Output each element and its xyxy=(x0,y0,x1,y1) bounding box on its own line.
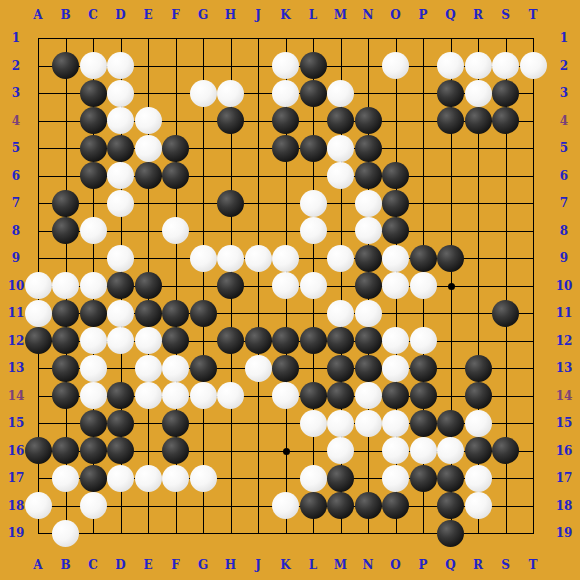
intersection-D5[interactable] xyxy=(107,134,135,162)
intersection-F11[interactable] xyxy=(162,299,190,327)
intersection-M8[interactable] xyxy=(327,217,355,245)
intersection-G9[interactable] xyxy=(189,244,217,272)
intersection-S6[interactable] xyxy=(492,162,520,190)
intersection-O19[interactable] xyxy=(382,519,410,547)
intersection-C18[interactable] xyxy=(79,492,107,520)
intersection-T12[interactable] xyxy=(519,327,547,355)
intersection-M10[interactable] xyxy=(327,272,355,300)
intersection-J3[interactable] xyxy=(244,79,272,107)
intersection-O4[interactable] xyxy=(382,107,410,135)
intersection-F14[interactable] xyxy=(162,382,190,410)
intersection-E11[interactable] xyxy=(134,299,162,327)
intersection-F2[interactable] xyxy=(162,52,190,80)
intersection-B6[interactable] xyxy=(52,162,80,190)
intersection-P19[interactable] xyxy=(409,519,437,547)
intersection-Q7[interactable] xyxy=(437,189,465,217)
intersection-N9[interactable] xyxy=(354,244,382,272)
intersection-N16[interactable] xyxy=(354,437,382,465)
intersection-T2[interactable] xyxy=(519,52,547,80)
intersection-G14[interactable] xyxy=(189,382,217,410)
intersection-H3[interactable] xyxy=(217,79,245,107)
intersection-B7[interactable] xyxy=(52,189,80,217)
intersection-R7[interactable] xyxy=(464,189,492,217)
intersection-K13[interactable] xyxy=(272,354,300,382)
intersection-R2[interactable] xyxy=(464,52,492,80)
intersection-R19[interactable] xyxy=(464,519,492,547)
intersection-P17[interactable] xyxy=(409,464,437,492)
intersection-R5[interactable] xyxy=(464,134,492,162)
intersection-B15[interactable] xyxy=(52,409,80,437)
intersection-L3[interactable] xyxy=(299,79,327,107)
intersection-C9[interactable] xyxy=(79,244,107,272)
intersection-M15[interactable] xyxy=(327,409,355,437)
intersection-S1[interactable] xyxy=(492,24,520,52)
intersection-D17[interactable] xyxy=(107,464,135,492)
intersection-L4[interactable] xyxy=(299,107,327,135)
intersection-K12[interactable] xyxy=(272,327,300,355)
intersection-G18[interactable] xyxy=(189,492,217,520)
intersection-S16[interactable] xyxy=(492,437,520,465)
intersection-K4[interactable] xyxy=(272,107,300,135)
intersection-L13[interactable] xyxy=(299,354,327,382)
intersection-C6[interactable] xyxy=(79,162,107,190)
intersection-Q10[interactable] xyxy=(437,272,465,300)
intersection-O11[interactable] xyxy=(382,299,410,327)
intersection-K17[interactable] xyxy=(272,464,300,492)
intersection-M18[interactable] xyxy=(327,492,355,520)
intersection-F7[interactable] xyxy=(162,189,190,217)
intersection-T15[interactable] xyxy=(519,409,547,437)
intersection-B12[interactable] xyxy=(52,327,80,355)
intersection-Q8[interactable] xyxy=(437,217,465,245)
intersection-E19[interactable] xyxy=(134,519,162,547)
intersection-R13[interactable] xyxy=(464,354,492,382)
intersection-M19[interactable] xyxy=(327,519,355,547)
intersection-P3[interactable] xyxy=(409,79,437,107)
intersection-T5[interactable] xyxy=(519,134,547,162)
intersection-S13[interactable] xyxy=(492,354,520,382)
intersection-S10[interactable] xyxy=(492,272,520,300)
intersection-J18[interactable] xyxy=(244,492,272,520)
intersection-P4[interactable] xyxy=(409,107,437,135)
intersection-G12[interactable] xyxy=(189,327,217,355)
intersection-O3[interactable] xyxy=(382,79,410,107)
intersection-P9[interactable] xyxy=(409,244,437,272)
intersection-E15[interactable] xyxy=(134,409,162,437)
intersection-C7[interactable] xyxy=(79,189,107,217)
intersection-E5[interactable] xyxy=(134,134,162,162)
intersection-B1[interactable] xyxy=(52,24,80,52)
intersection-K1[interactable] xyxy=(272,24,300,52)
intersection-G10[interactable] xyxy=(189,272,217,300)
intersection-F12[interactable] xyxy=(162,327,190,355)
intersection-J13[interactable] xyxy=(244,354,272,382)
intersection-C8[interactable] xyxy=(79,217,107,245)
intersection-E12[interactable] xyxy=(134,327,162,355)
intersection-C19[interactable] xyxy=(79,519,107,547)
intersection-N11[interactable] xyxy=(354,299,382,327)
intersection-C14[interactable] xyxy=(79,382,107,410)
intersection-F16[interactable] xyxy=(162,437,190,465)
intersection-H13[interactable] xyxy=(217,354,245,382)
intersection-T10[interactable] xyxy=(519,272,547,300)
intersection-F9[interactable] xyxy=(162,244,190,272)
intersection-J14[interactable] xyxy=(244,382,272,410)
intersection-M2[interactable] xyxy=(327,52,355,80)
intersection-S9[interactable] xyxy=(492,244,520,272)
intersection-M4[interactable] xyxy=(327,107,355,135)
intersection-G1[interactable] xyxy=(189,24,217,52)
intersection-M1[interactable] xyxy=(327,24,355,52)
intersection-O15[interactable] xyxy=(382,409,410,437)
intersection-S18[interactable] xyxy=(492,492,520,520)
intersection-P2[interactable] xyxy=(409,52,437,80)
intersection-P1[interactable] xyxy=(409,24,437,52)
intersection-K15[interactable] xyxy=(272,409,300,437)
intersection-Q14[interactable] xyxy=(437,382,465,410)
intersection-B5[interactable] xyxy=(52,134,80,162)
intersection-T7[interactable] xyxy=(519,189,547,217)
intersection-J10[interactable] xyxy=(244,272,272,300)
intersection-S7[interactable] xyxy=(492,189,520,217)
intersection-K11[interactable] xyxy=(272,299,300,327)
intersection-Q4[interactable] xyxy=(437,107,465,135)
intersection-D10[interactable] xyxy=(107,272,135,300)
intersection-O8[interactable] xyxy=(382,217,410,245)
intersection-R8[interactable] xyxy=(464,217,492,245)
intersection-H4[interactable] xyxy=(217,107,245,135)
intersection-T18[interactable] xyxy=(519,492,547,520)
intersection-O2[interactable] xyxy=(382,52,410,80)
intersection-T16[interactable] xyxy=(519,437,547,465)
intersection-J9[interactable] xyxy=(244,244,272,272)
intersection-N19[interactable] xyxy=(354,519,382,547)
intersection-H12[interactable] xyxy=(217,327,245,355)
intersection-T14[interactable] xyxy=(519,382,547,410)
intersection-L1[interactable] xyxy=(299,24,327,52)
intersection-B8[interactable] xyxy=(52,217,80,245)
intersection-Q5[interactable] xyxy=(437,134,465,162)
intersection-M16[interactable] xyxy=(327,437,355,465)
intersection-E2[interactable] xyxy=(134,52,162,80)
intersection-J7[interactable] xyxy=(244,189,272,217)
intersection-B18[interactable] xyxy=(52,492,80,520)
intersection-C2[interactable] xyxy=(79,52,107,80)
intersection-H18[interactable] xyxy=(217,492,245,520)
intersection-L11[interactable] xyxy=(299,299,327,327)
intersection-S4[interactable] xyxy=(492,107,520,135)
intersection-C16[interactable] xyxy=(79,437,107,465)
intersection-G5[interactable] xyxy=(189,134,217,162)
intersection-N7[interactable] xyxy=(354,189,382,217)
go-board[interactable] xyxy=(24,24,547,547)
intersection-S14[interactable] xyxy=(492,382,520,410)
intersection-C10[interactable] xyxy=(79,272,107,300)
intersection-B19[interactable] xyxy=(52,519,80,547)
intersection-E9[interactable] xyxy=(134,244,162,272)
intersection-H14[interactable] xyxy=(217,382,245,410)
intersection-P10[interactable] xyxy=(409,272,437,300)
intersection-E1[interactable] xyxy=(134,24,162,52)
intersection-R16[interactable] xyxy=(464,437,492,465)
intersection-D14[interactable] xyxy=(107,382,135,410)
intersection-H7[interactable] xyxy=(217,189,245,217)
intersection-J15[interactable] xyxy=(244,409,272,437)
intersection-H2[interactable] xyxy=(217,52,245,80)
intersection-H15[interactable] xyxy=(217,409,245,437)
intersection-K6[interactable] xyxy=(272,162,300,190)
intersection-D15[interactable] xyxy=(107,409,135,437)
intersection-Q13[interactable] xyxy=(437,354,465,382)
intersection-T3[interactable] xyxy=(519,79,547,107)
intersection-F5[interactable] xyxy=(162,134,190,162)
intersection-L18[interactable] xyxy=(299,492,327,520)
intersection-F6[interactable] xyxy=(162,162,190,190)
intersection-O6[interactable] xyxy=(382,162,410,190)
intersection-D4[interactable] xyxy=(107,107,135,135)
intersection-R18[interactable] xyxy=(464,492,492,520)
intersection-S19[interactable] xyxy=(492,519,520,547)
intersection-H1[interactable] xyxy=(217,24,245,52)
intersection-C4[interactable] xyxy=(79,107,107,135)
intersection-K8[interactable] xyxy=(272,217,300,245)
intersection-D6[interactable] xyxy=(107,162,135,190)
intersection-R15[interactable] xyxy=(464,409,492,437)
intersection-R11[interactable] xyxy=(464,299,492,327)
intersection-C13[interactable] xyxy=(79,354,107,382)
intersection-N13[interactable] xyxy=(354,354,382,382)
intersection-B2[interactable] xyxy=(52,52,80,80)
intersection-O13[interactable] xyxy=(382,354,410,382)
intersection-N12[interactable] xyxy=(354,327,382,355)
intersection-K18[interactable] xyxy=(272,492,300,520)
intersection-E16[interactable] xyxy=(134,437,162,465)
intersection-T1[interactable] xyxy=(519,24,547,52)
intersection-Q9[interactable] xyxy=(437,244,465,272)
intersection-M12[interactable] xyxy=(327,327,355,355)
intersection-K14[interactable] xyxy=(272,382,300,410)
intersection-K2[interactable] xyxy=(272,52,300,80)
intersection-H19[interactable] xyxy=(217,519,245,547)
intersection-B14[interactable] xyxy=(52,382,80,410)
intersection-T6[interactable] xyxy=(519,162,547,190)
intersection-L9[interactable] xyxy=(299,244,327,272)
intersection-M17[interactable] xyxy=(327,464,355,492)
intersection-K16[interactable] xyxy=(272,437,300,465)
intersection-J19[interactable] xyxy=(244,519,272,547)
intersection-G16[interactable] xyxy=(189,437,217,465)
intersection-O5[interactable] xyxy=(382,134,410,162)
intersection-P8[interactable] xyxy=(409,217,437,245)
intersection-D12[interactable] xyxy=(107,327,135,355)
intersection-Q11[interactable] xyxy=(437,299,465,327)
intersection-O17[interactable] xyxy=(382,464,410,492)
intersection-T4[interactable] xyxy=(519,107,547,135)
intersection-N17[interactable] xyxy=(354,464,382,492)
intersection-Q19[interactable] xyxy=(437,519,465,547)
intersection-O7[interactable] xyxy=(382,189,410,217)
intersection-F19[interactable] xyxy=(162,519,190,547)
intersection-B16[interactable] xyxy=(52,437,80,465)
intersection-J11[interactable] xyxy=(244,299,272,327)
intersection-G15[interactable] xyxy=(189,409,217,437)
intersection-D3[interactable] xyxy=(107,79,135,107)
intersection-P12[interactable] xyxy=(409,327,437,355)
intersection-F17[interactable] xyxy=(162,464,190,492)
intersection-E14[interactable] xyxy=(134,382,162,410)
intersection-P15[interactable] xyxy=(409,409,437,437)
intersection-L10[interactable] xyxy=(299,272,327,300)
intersection-L7[interactable] xyxy=(299,189,327,217)
intersection-N14[interactable] xyxy=(354,382,382,410)
intersection-T13[interactable] xyxy=(519,354,547,382)
intersection-G4[interactable] xyxy=(189,107,217,135)
intersection-R4[interactable] xyxy=(464,107,492,135)
intersection-J8[interactable] xyxy=(244,217,272,245)
intersection-T17[interactable] xyxy=(519,464,547,492)
intersection-Q1[interactable] xyxy=(437,24,465,52)
intersection-L8[interactable] xyxy=(299,217,327,245)
intersection-S2[interactable] xyxy=(492,52,520,80)
intersection-J17[interactable] xyxy=(244,464,272,492)
intersection-K3[interactable] xyxy=(272,79,300,107)
intersection-O1[interactable] xyxy=(382,24,410,52)
intersection-O16[interactable] xyxy=(382,437,410,465)
intersection-M9[interactable] xyxy=(327,244,355,272)
intersection-P18[interactable] xyxy=(409,492,437,520)
intersection-H8[interactable] xyxy=(217,217,245,245)
intersection-Q16[interactable] xyxy=(437,437,465,465)
intersection-P13[interactable] xyxy=(409,354,437,382)
intersection-D1[interactable] xyxy=(107,24,135,52)
intersection-C12[interactable] xyxy=(79,327,107,355)
intersection-L19[interactable] xyxy=(299,519,327,547)
intersection-E17[interactable] xyxy=(134,464,162,492)
intersection-F3[interactable] xyxy=(162,79,190,107)
intersection-L15[interactable] xyxy=(299,409,327,437)
intersection-P16[interactable] xyxy=(409,437,437,465)
intersection-O10[interactable] xyxy=(382,272,410,300)
intersection-G13[interactable] xyxy=(189,354,217,382)
intersection-R1[interactable] xyxy=(464,24,492,52)
intersection-F1[interactable] xyxy=(162,24,190,52)
intersection-S12[interactable] xyxy=(492,327,520,355)
intersection-E3[interactable] xyxy=(134,79,162,107)
intersection-T9[interactable] xyxy=(519,244,547,272)
intersection-M3[interactable] xyxy=(327,79,355,107)
intersection-D19[interactable] xyxy=(107,519,135,547)
intersection-Q6[interactable] xyxy=(437,162,465,190)
intersection-J16[interactable] xyxy=(244,437,272,465)
intersection-G6[interactable] xyxy=(189,162,217,190)
intersection-F10[interactable] xyxy=(162,272,190,300)
intersection-C11[interactable] xyxy=(79,299,107,327)
intersection-M13[interactable] xyxy=(327,354,355,382)
intersection-E7[interactable] xyxy=(134,189,162,217)
intersection-L17[interactable] xyxy=(299,464,327,492)
intersection-G3[interactable] xyxy=(189,79,217,107)
intersection-N4[interactable] xyxy=(354,107,382,135)
intersection-Q18[interactable] xyxy=(437,492,465,520)
intersection-S15[interactable] xyxy=(492,409,520,437)
intersection-E10[interactable] xyxy=(134,272,162,300)
intersection-S5[interactable] xyxy=(492,134,520,162)
intersection-K19[interactable] xyxy=(272,519,300,547)
intersection-J4[interactable] xyxy=(244,107,272,135)
intersection-J2[interactable] xyxy=(244,52,272,80)
intersection-S17[interactable] xyxy=(492,464,520,492)
intersection-B10[interactable] xyxy=(52,272,80,300)
intersection-F15[interactable] xyxy=(162,409,190,437)
intersection-P5[interactable] xyxy=(409,134,437,162)
intersection-G2[interactable] xyxy=(189,52,217,80)
intersection-N10[interactable] xyxy=(354,272,382,300)
intersection-N2[interactable] xyxy=(354,52,382,80)
intersection-R9[interactable] xyxy=(464,244,492,272)
intersection-E4[interactable] xyxy=(134,107,162,135)
intersection-N3[interactable] xyxy=(354,79,382,107)
intersection-J1[interactable] xyxy=(244,24,272,52)
intersection-K7[interactable] xyxy=(272,189,300,217)
intersection-H10[interactable] xyxy=(217,272,245,300)
intersection-D13[interactable] xyxy=(107,354,135,382)
intersection-Q17[interactable] xyxy=(437,464,465,492)
intersection-T19[interactable] xyxy=(519,519,547,547)
intersection-G17[interactable] xyxy=(189,464,217,492)
intersection-Q3[interactable] xyxy=(437,79,465,107)
intersection-T8[interactable] xyxy=(519,217,547,245)
intersection-N5[interactable] xyxy=(354,134,382,162)
intersection-M6[interactable] xyxy=(327,162,355,190)
intersection-K5[interactable] xyxy=(272,134,300,162)
intersection-F4[interactable] xyxy=(162,107,190,135)
intersection-B11[interactable] xyxy=(52,299,80,327)
intersection-P11[interactable] xyxy=(409,299,437,327)
intersection-O12[interactable] xyxy=(382,327,410,355)
intersection-N18[interactable] xyxy=(354,492,382,520)
intersection-J12[interactable] xyxy=(244,327,272,355)
intersection-G19[interactable] xyxy=(189,519,217,547)
intersection-B9[interactable] xyxy=(52,244,80,272)
intersection-L14[interactable] xyxy=(299,382,327,410)
intersection-L2[interactable] xyxy=(299,52,327,80)
intersection-L5[interactable] xyxy=(299,134,327,162)
intersection-P7[interactable] xyxy=(409,189,437,217)
intersection-Q2[interactable] xyxy=(437,52,465,80)
intersection-N8[interactable] xyxy=(354,217,382,245)
intersection-D7[interactable] xyxy=(107,189,135,217)
intersection-B17[interactable] xyxy=(52,464,80,492)
intersection-S11[interactable] xyxy=(492,299,520,327)
intersection-E8[interactable] xyxy=(134,217,162,245)
intersection-G8[interactable] xyxy=(189,217,217,245)
intersection-H5[interactable] xyxy=(217,134,245,162)
intersection-T11[interactable] xyxy=(519,299,547,327)
intersection-D18[interactable] xyxy=(107,492,135,520)
intersection-C17[interactable] xyxy=(79,464,107,492)
intersection-D2[interactable] xyxy=(107,52,135,80)
intersection-D11[interactable] xyxy=(107,299,135,327)
intersection-D16[interactable] xyxy=(107,437,135,465)
intersection-L6[interactable] xyxy=(299,162,327,190)
intersection-P14[interactable] xyxy=(409,382,437,410)
intersection-R6[interactable] xyxy=(464,162,492,190)
intersection-R14[interactable] xyxy=(464,382,492,410)
intersection-K10[interactable] xyxy=(272,272,300,300)
intersection-H9[interactable] xyxy=(217,244,245,272)
intersection-G7[interactable] xyxy=(189,189,217,217)
intersection-L12[interactable] xyxy=(299,327,327,355)
